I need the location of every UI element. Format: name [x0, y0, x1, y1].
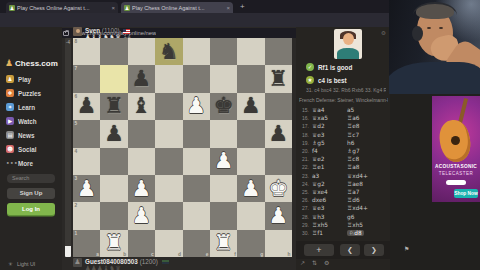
square-f2[interactable]: [210, 202, 237, 229]
logo-text: Chess.com: [15, 59, 58, 68]
square-b1[interactable]: b♜: [100, 230, 127, 257]
black-move[interactable]: ♖xd4+: [347, 205, 382, 211]
bottom-player-captured-pieces: ♟♟♟♝♞♛: [85, 264, 121, 270]
square-d5[interactable]: [155, 120, 182, 147]
file-label: c: [151, 252, 154, 257]
feedback-text: c4 is best: [318, 77, 347, 84]
good-move-check-icon: ✓: [306, 63, 314, 71]
evaluation-bar-white-segment: [65, 246, 71, 257]
sidebar-label: Social: [18, 146, 37, 153]
streamer-torso: [389, 62, 480, 94]
square-f6[interactable]: ♚: [210, 93, 237, 120]
square-b4[interactable]: [100, 148, 127, 175]
white-move[interactable]: ♕e3: [312, 132, 347, 138]
sign-up-button[interactable]: Sign Up: [7, 188, 55, 199]
tab-title: Play Chess Online Against t...: [132, 5, 224, 11]
evaluation-bar: -4: [65, 38, 71, 257]
file-label: g: [260, 252, 263, 257]
move-feedback-best: ★ c4 is best: [306, 76, 347, 84]
square-f3[interactable]: [210, 175, 237, 202]
piece-bn-d8[interactable]: ♞: [155, 38, 182, 65]
ad-title: ACOUSTASONIC: [432, 164, 480, 169]
piece-wp-c2[interactable]: ♟: [128, 202, 155, 229]
square-a5[interactable]: 5: [73, 120, 100, 147]
sidebar-item-social[interactable]: ☻ Social: [6, 143, 60, 155]
piece-bp-c7[interactable]: ♟: [128, 65, 155, 92]
move-row: 18.♕e3♖c7: [298, 131, 388, 139]
black-move[interactable]: ♖c8: [347, 156, 382, 162]
square-d2[interactable]: [155, 202, 182, 229]
square-f5[interactable]: [210, 120, 237, 147]
square-b2[interactable]: [100, 202, 127, 229]
white-move[interactable]: ♕e2: [312, 156, 347, 162]
search-input[interactable]: Search: [7, 174, 55, 183]
square-d7[interactable]: [155, 65, 182, 92]
puzzles-icon: ❖: [6, 89, 14, 97]
black-move[interactable]: ♘d8: [347, 230, 382, 236]
move-number: 17.: [298, 123, 309, 129]
move-number: 28.: [298, 214, 309, 220]
share-icon[interactable]: ↗: [300, 259, 305, 266]
webcam-overlay: [389, 0, 480, 94]
white-move[interactable]: ♖f1: [312, 230, 347, 236]
square-f7[interactable]: [210, 65, 237, 92]
light-ui-icon: ☀: [7, 261, 14, 267]
file-label: d: [178, 252, 181, 257]
black-move[interactable]: ♖xh5: [347, 222, 382, 228]
sidebar-label: More: [18, 160, 33, 167]
move-number: 23.: [298, 173, 309, 179]
square-c2[interactable]: ♟: [128, 202, 155, 229]
square-f8[interactable]: [210, 38, 237, 65]
bottom-player-bar[interactable]: ♟ Guest0840080503 (1200) ♟♟♟♝♞♛: [73, 258, 292, 270]
square-h8[interactable]: [265, 38, 292, 65]
square-e7[interactable]: [183, 65, 210, 92]
square-c1[interactable]: c: [128, 230, 155, 257]
square-c6[interactable]: ♝: [128, 93, 155, 120]
screenshot-root: ♟ Play Chess Online Against t... × ♟ Pla…: [0, 0, 480, 270]
move-row: 25.♕xe4♖a7: [298, 188, 388, 196]
square-b3[interactable]: [100, 175, 127, 202]
square-h6[interactable]: [265, 93, 292, 120]
tab-close-icon[interactable]: ×: [226, 5, 230, 11]
logo-pawn-icon: ♟: [5, 58, 13, 68]
more-icon: •••: [6, 159, 14, 167]
black-move[interactable]: ♖a8: [347, 164, 382, 170]
piece-wk-h3[interactable]: ♚: [265, 175, 292, 202]
square-c4[interactable]: [128, 148, 155, 175]
learn-icon: ✦: [6, 103, 14, 111]
black-move[interactable]: ♖c7: [347, 132, 382, 138]
move-number: 18.: [298, 132, 309, 138]
ad-shop-button[interactable]: Shop Now: [454, 189, 478, 198]
square-a4[interactable]: 4: [73, 148, 100, 175]
news-icon: ▤: [6, 131, 14, 139]
square-d1[interactable]: d: [155, 230, 182, 257]
move-row: 16.♕xa5♖a6: [298, 114, 388, 122]
tab-close-icon[interactable]: ×: [111, 5, 115, 11]
engine-line[interactable]: 31. c4 bxc4 32. Rb6 Rxb6 33. Kg4 Rd1 34.…: [306, 87, 386, 93]
chesscom-favicon: ♟: [124, 5, 130, 11]
ad-banner[interactable]: ACOUSTASONIC TELECASTER Shop Now: [432, 96, 480, 202]
bottom-player-rating: (1200): [140, 258, 158, 265]
evaluation-value: -4: [65, 40, 71, 45]
piece-wp-g3[interactable]: ♟: [237, 175, 264, 202]
top-player-bar[interactable]: Sven (1100) ♟♝♝♞♞♛ +4: [73, 27, 292, 38]
white-move[interactable]: ♕a4: [312, 107, 347, 113]
move-row: 22.♖e1♖a8: [298, 163, 388, 171]
piece-wp-c3[interactable]: ♟: [128, 175, 155, 202]
file-label: e: [206, 252, 209, 257]
move-feedback-good: ✓ Rf1 is good: [306, 63, 352, 71]
move-row: 28.♕h3g6: [298, 212, 388, 220]
square-g6[interactable]: ♟: [237, 93, 264, 120]
log-in-button[interactable]: Log In: [7, 203, 55, 215]
rank-label: 4: [75, 149, 78, 154]
square-d3[interactable]: [155, 175, 182, 202]
browser-tab-1[interactable]: ♟ Play Chess Online Against t... ×: [6, 2, 118, 13]
square-a7[interactable]: 7: [73, 65, 100, 92]
chesscom-favicon: ♟: [9, 5, 15, 11]
previous-move-button[interactable]: ❮: [340, 244, 360, 256]
square-f4[interactable]: ♟: [210, 148, 237, 175]
tab-title: Play Chess Online Against t...: [17, 5, 109, 11]
piece-wr-b1[interactable]: ♜: [100, 230, 127, 257]
sidebar-label: Puzzles: [18, 90, 41, 97]
rank-label: 8: [75, 39, 78, 44]
square-b5[interactable]: ♟: [100, 120, 127, 147]
square-h5[interactable]: ♟: [265, 120, 292, 147]
square-d4[interactable]: [155, 148, 182, 175]
piece-br-b6[interactable]: ♜: [100, 93, 127, 120]
square-d6[interactable]: [155, 93, 182, 120]
move-number: 26.: [298, 197, 309, 203]
square-b6[interactable]: ♜: [100, 93, 127, 120]
square-g3[interactable]: ♟: [237, 175, 264, 202]
ad-subtitle: TELECASTER: [432, 171, 480, 176]
browser-tab-2-active[interactable]: ♟ Play Chess Online Against t... ×: [121, 2, 233, 13]
square-a1[interactable]: 1a: [73, 230, 100, 257]
panel-settings-icon[interactable]: ⚙: [381, 30, 386, 36]
white-move[interactable]: ♗g5: [312, 140, 347, 146]
lock-icon: [63, 31, 69, 36]
piece-bk-f6[interactable]: ♚: [210, 93, 237, 120]
move-row: 27.♕e3♖xd4+: [298, 204, 388, 212]
black-move[interactable]: h6: [347, 140, 382, 146]
square-e6[interactable]: ♟: [183, 93, 210, 120]
square-g2[interactable]: [237, 202, 264, 229]
sidebar-label: Learn: [18, 104, 35, 111]
panel-tool-icons: ↗ ⇅ ⚙: [300, 259, 329, 266]
square-b7[interactable]: [100, 65, 127, 92]
chess-board[interactable]: 8♞7♟♜6♟♜♝♟♚♟5♟♟4♟3♟♟♟♚2♟♟1ab♜cdef♜gh: [73, 38, 292, 257]
piece-bp-g6[interactable]: ♟: [237, 93, 264, 120]
square-b8[interactable]: [100, 38, 127, 65]
black-move[interactable]: ♖e8: [347, 123, 382, 129]
white-move[interactable]: ♕g2: [312, 181, 347, 187]
sidebar-item-play[interactable]: ♟ Play: [6, 73, 60, 85]
best-move-star-icon: ★: [306, 76, 314, 84]
flip-board-icon[interactable]: ⇅: [312, 259, 317, 266]
sidebar-label: Watch: [18, 118, 37, 125]
square-g8[interactable]: [237, 38, 264, 65]
square-e1[interactable]: e: [183, 230, 210, 257]
piece-bp-h5[interactable]: ♟: [265, 120, 292, 147]
square-c8[interactable]: [128, 38, 155, 65]
square-a6[interactable]: 6♟: [73, 93, 100, 120]
square-e5[interactable]: [183, 120, 210, 147]
black-move[interactable]: ♖a6: [347, 115, 382, 121]
piece-wp-e6[interactable]: ♟: [183, 93, 210, 120]
ad-pill: [446, 180, 466, 185]
flag-icon: ⚑: [404, 245, 409, 252]
white-move[interactable]: ♕h3: [312, 214, 347, 220]
sidebar: ♟ Chess.com ♟ Play ❖ Puzzles ✦ Learn ▶ W…: [0, 27, 62, 270]
square-g1[interactable]: g: [237, 230, 264, 257]
move-number: 27.: [298, 205, 309, 211]
sidebar-item-watch[interactable]: ▶ Watch: [6, 115, 60, 127]
move-number: 16.: [298, 115, 309, 121]
move-number: 15.: [298, 107, 309, 113]
square-g4[interactable]: [237, 148, 264, 175]
next-move-button[interactable]: ❯: [364, 244, 384, 256]
square-d8[interactable]: ♞: [155, 38, 182, 65]
file-label: h: [288, 252, 291, 257]
guitar-soundhole: [451, 136, 460, 145]
bottom-player-avatar: ♟: [73, 258, 82, 267]
gear-icon[interactable]: ⚙: [324, 259, 329, 266]
social-icon: ☻: [6, 145, 14, 153]
move-list[interactable]: 15.♕a4a516.♕xa5♖a617.♕d2♖e818.♕e3♖c719.♗…: [298, 106, 388, 237]
piece-wp-f4[interactable]: ♟: [210, 148, 237, 175]
piece-wp-a3[interactable]: ♟: [73, 175, 100, 202]
rank-label: 7: [75, 66, 78, 71]
move-row: 15.♕a4a5: [298, 106, 388, 114]
streamer-hair: [416, 4, 454, 19]
piece-wp-h2[interactable]: ♟: [265, 202, 292, 229]
move-number: 29.: [298, 222, 309, 228]
move-row: 24.♕g2♖ae8: [298, 180, 388, 188]
piece-bb-c6[interactable]: ♝: [128, 93, 155, 120]
rank-label: 2: [75, 203, 78, 208]
watch-icon: ▶: [6, 117, 14, 125]
piece-br-h7[interactable]: ♜: [265, 65, 292, 92]
move-row: 30.♖f1♘d8: [298, 229, 388, 237]
move-number: 20.: [298, 148, 309, 154]
headphone-earcup: [412, 26, 423, 41]
sidebar-label: News: [18, 132, 34, 139]
white-move[interactable]: dxe6: [312, 197, 347, 203]
move-number: 24.: [298, 181, 309, 187]
coach-avatar: [334, 29, 362, 59]
opening-name: French Defense: Steiner, Winckelmann-Rei…: [299, 97, 388, 103]
sidebar-footer-label: Light UI: [17, 261, 35, 267]
sidebar-item-more[interactable]: ••• More: [6, 157, 60, 169]
square-f1[interactable]: f♜: [210, 230, 237, 257]
square-c3[interactable]: ♟: [128, 175, 155, 202]
new-tab-button[interactable]: +: [240, 3, 245, 11]
rank-label: 1: [75, 231, 78, 236]
piece-wr-f1[interactable]: ♜: [210, 230, 237, 257]
add-move-button[interactable]: +: [304, 244, 334, 256]
sidebar-item-learn[interactable]: ✦ Learn: [6, 101, 60, 113]
play-icon: ♟: [6, 75, 14, 83]
square-e4[interactable]: [183, 148, 210, 175]
square-e3[interactable]: [183, 175, 210, 202]
black-move[interactable]: a5: [347, 107, 382, 113]
black-move[interactable]: g6: [347, 214, 382, 220]
white-move[interactable]: ♕d2: [312, 123, 347, 129]
move-row: 23.a3♕xd4+: [298, 172, 388, 180]
square-h3[interactable]: ♚: [265, 175, 292, 202]
square-a3[interactable]: 3♟: [73, 175, 100, 202]
white-move[interactable]: ♖e1: [312, 164, 347, 170]
black-move[interactable]: ♗g7: [347, 148, 382, 154]
top-player-avatar: [73, 27, 82, 36]
move-number: 21.: [298, 156, 309, 162]
piece-bp-a6[interactable]: ♟: [73, 93, 100, 120]
move-row: 17.♕d2♖e8: [298, 122, 388, 130]
sidebar-item-puzzles[interactable]: ❖ Puzzles: [6, 87, 60, 99]
sidebar-label: Play: [18, 76, 31, 83]
white-move[interactable]: f4: [312, 148, 347, 154]
square-h7[interactable]: ♜: [265, 65, 292, 92]
black-move[interactable]: ♕xd4+: [347, 173, 382, 179]
square-g5[interactable]: [237, 120, 264, 147]
square-a2[interactable]: 2: [73, 202, 100, 229]
feedback-text: Rf1 is good: [318, 64, 352, 71]
streamer-eye: [439, 27, 443, 29]
move-row: 29.♖xh5♖xh5: [298, 221, 388, 229]
move-number: 19.: [298, 140, 309, 146]
square-h1[interactable]: h: [265, 230, 292, 257]
piece-bp-b5[interactable]: ♟: [100, 120, 127, 147]
square-c5[interactable]: [128, 120, 155, 147]
white-move[interactable]: a3: [312, 173, 347, 179]
square-a8[interactable]: 8: [73, 38, 100, 65]
rank-label: 5: [75, 121, 78, 126]
move-number: 30.: [298, 230, 309, 236]
move-row: 20.f4♗g7: [298, 147, 388, 155]
move-row: 21.♕e2♖c8: [298, 155, 388, 163]
sidebar-item-news[interactable]: ▤ News: [6, 129, 60, 141]
square-h2[interactable]: ♟: [265, 202, 292, 229]
analysis-panel: ⚙ ✓ Rf1 is good ★ c4 is best 31. c4 bxc4…: [296, 27, 390, 270]
white-move[interactable]: ♖xh5: [312, 222, 347, 228]
sidebar-light-ui[interactable]: ☀ Light UI: [7, 260, 59, 268]
move-controls: + ❮ ❯: [296, 241, 390, 259]
white-move[interactable]: ♕e3: [312, 205, 347, 211]
move-number: 22.: [298, 164, 309, 170]
move-row: 19.♗g5h6: [298, 139, 388, 147]
white-move[interactable]: ♕xe4: [312, 189, 347, 195]
bottom-player-flag-icon: [162, 260, 169, 265]
chesscom-logo[interactable]: ♟ Chess.com: [5, 58, 58, 68]
square-g7[interactable]: [237, 65, 264, 92]
file-label: a: [96, 252, 99, 257]
black-move[interactable]: ♖a7: [347, 189, 382, 195]
move-number: 25.: [298, 189, 309, 195]
square-e8[interactable]: [183, 38, 210, 65]
move-row: 26.dxe6♖d6: [298, 196, 388, 204]
square-c7[interactable]: ♟: [128, 65, 155, 92]
square-e2[interactable]: [183, 202, 210, 229]
streamer-eye: [427, 27, 431, 29]
white-move[interactable]: ♕xa5: [312, 115, 347, 121]
black-move[interactable]: ♖ae8: [347, 181, 382, 187]
black-move[interactable]: ♖d6: [347, 197, 382, 203]
square-h4[interactable]: [265, 148, 292, 175]
